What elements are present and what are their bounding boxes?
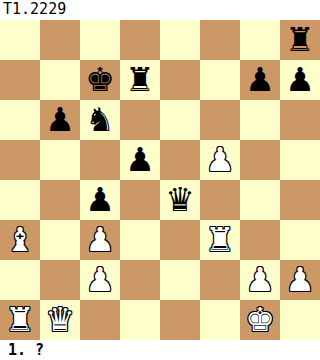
square-d2[interactable]: [120, 260, 160, 300]
piece-black-pawn[interactable]: ♟: [125, 140, 155, 180]
square-g5[interactable]: [240, 140, 280, 180]
square-d6[interactable]: [120, 100, 160, 140]
chess-board: ♜♚♜♟♟♟♞♟♟♟♛♝♟♜♟♟♟♜♛♚: [0, 20, 320, 340]
piece-white-pawn[interactable]: ♟: [285, 260, 315, 300]
puzzle-title: T1.2229: [0, 0, 320, 20]
square-e5[interactable]: [160, 140, 200, 180]
square-c1[interactable]: [80, 300, 120, 340]
square-g7[interactable]: ♟: [240, 60, 280, 100]
piece-white-pawn[interactable]: ♟: [85, 220, 115, 260]
square-a6[interactable]: [0, 100, 40, 140]
square-c4[interactable]: ♟: [80, 180, 120, 220]
square-h6[interactable]: [280, 100, 320, 140]
square-c2[interactable]: ♟: [80, 260, 120, 300]
square-e1[interactable]: [160, 300, 200, 340]
square-b1[interactable]: ♛: [40, 300, 80, 340]
square-d4[interactable]: [120, 180, 160, 220]
square-f8[interactable]: [200, 20, 240, 60]
piece-black-rook[interactable]: ♜: [285, 20, 315, 60]
square-h8[interactable]: ♜: [280, 20, 320, 60]
square-e7[interactable]: [160, 60, 200, 100]
square-a5[interactable]: [0, 140, 40, 180]
square-c6[interactable]: ♞: [80, 100, 120, 140]
square-a7[interactable]: [0, 60, 40, 100]
piece-black-king[interactable]: ♚: [85, 60, 115, 100]
piece-black-pawn[interactable]: ♟: [285, 60, 315, 100]
piece-black-pawn[interactable]: ♟: [85, 180, 115, 220]
square-h7[interactable]: ♟: [280, 60, 320, 100]
piece-white-queen[interactable]: ♛: [45, 300, 75, 340]
square-b7[interactable]: [40, 60, 80, 100]
square-g3[interactable]: [240, 220, 280, 260]
square-f7[interactable]: [200, 60, 240, 100]
piece-black-rook[interactable]: ♜: [125, 60, 155, 100]
square-g2[interactable]: ♟: [240, 260, 280, 300]
square-e4[interactable]: ♛: [160, 180, 200, 220]
square-c3[interactable]: ♟: [80, 220, 120, 260]
square-a2[interactable]: [0, 260, 40, 300]
square-h5[interactable]: [280, 140, 320, 180]
square-a8[interactable]: [0, 20, 40, 60]
move-prompt: 1. ?: [0, 340, 320, 360]
square-b6[interactable]: ♟: [40, 100, 80, 140]
square-b8[interactable]: [40, 20, 80, 60]
square-f6[interactable]: [200, 100, 240, 140]
square-h4[interactable]: [280, 180, 320, 220]
square-e6[interactable]: [160, 100, 200, 140]
square-a3[interactable]: ♝: [0, 220, 40, 260]
piece-white-rook[interactable]: ♜: [205, 220, 235, 260]
square-c5[interactable]: [80, 140, 120, 180]
square-a1[interactable]: ♜: [0, 300, 40, 340]
piece-white-bishop[interactable]: ♝: [5, 220, 35, 260]
piece-black-queen[interactable]: ♛: [165, 180, 195, 220]
square-g4[interactable]: [240, 180, 280, 220]
piece-black-knight[interactable]: ♞: [85, 100, 115, 140]
piece-black-pawn[interactable]: ♟: [45, 100, 75, 140]
square-d1[interactable]: [120, 300, 160, 340]
square-f4[interactable]: [200, 180, 240, 220]
square-b5[interactable]: [40, 140, 80, 180]
square-c7[interactable]: ♚: [80, 60, 120, 100]
square-g1[interactable]: ♚: [240, 300, 280, 340]
square-d7[interactable]: ♜: [120, 60, 160, 100]
square-e8[interactable]: [160, 20, 200, 60]
piece-white-pawn[interactable]: ♟: [205, 140, 235, 180]
piece-white-king[interactable]: ♚: [245, 300, 275, 340]
square-f3[interactable]: ♜: [200, 220, 240, 260]
square-d3[interactable]: [120, 220, 160, 260]
piece-white-pawn[interactable]: ♟: [245, 260, 275, 300]
square-e2[interactable]: [160, 260, 200, 300]
square-b4[interactable]: [40, 180, 80, 220]
square-h1[interactable]: [280, 300, 320, 340]
square-d5[interactable]: ♟: [120, 140, 160, 180]
square-c8[interactable]: [80, 20, 120, 60]
square-b3[interactable]: [40, 220, 80, 260]
square-b2[interactable]: [40, 260, 80, 300]
square-d8[interactable]: [120, 20, 160, 60]
square-f5[interactable]: ♟: [200, 140, 240, 180]
square-e3[interactable]: [160, 220, 200, 260]
square-h3[interactable]: [280, 220, 320, 260]
square-f1[interactable]: [200, 300, 240, 340]
square-g8[interactable]: [240, 20, 280, 60]
piece-white-pawn[interactable]: ♟: [85, 260, 115, 300]
square-f2[interactable]: [200, 260, 240, 300]
piece-black-pawn[interactable]: ♟: [245, 60, 275, 100]
square-a4[interactable]: [0, 180, 40, 220]
square-g6[interactable]: [240, 100, 280, 140]
piece-white-rook[interactable]: ♜: [5, 300, 35, 340]
square-h2[interactable]: ♟: [280, 260, 320, 300]
